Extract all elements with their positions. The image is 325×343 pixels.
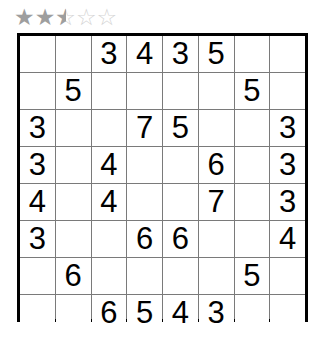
cell-r4c4[interactable] — [127, 147, 162, 183]
cell-r7c3[interactable] — [92, 258, 127, 294]
cell-r7c6[interactable] — [199, 258, 234, 294]
cell-r8c2[interactable] — [56, 295, 91, 331]
cell-r2c5[interactable] — [163, 73, 198, 109]
cell-r6c2[interactable] — [56, 221, 91, 257]
cell-r5c1-clue: 4 — [20, 184, 55, 220]
cell-r3c1-clue: 3 — [20, 110, 55, 146]
cell-r3c3[interactable] — [92, 110, 127, 146]
cell-r6c1-clue: 3 — [20, 221, 55, 257]
cell-r2c8[interactable] — [270, 73, 305, 109]
star-icon-5-empty: ☆ — [97, 5, 118, 29]
cell-r1c7[interactable] — [235, 36, 270, 72]
cell-r1c3-clue: 3 — [92, 36, 127, 72]
cell-r4c2[interactable] — [56, 147, 91, 183]
cell-r5c7[interactable] — [235, 184, 270, 220]
cell-r2c6[interactable] — [199, 73, 234, 109]
cell-r5c8-clue: 3 — [270, 184, 305, 220]
cell-r5c4[interactable] — [127, 184, 162, 220]
cell-r4c5[interactable] — [163, 147, 198, 183]
star-icon-4-empty: ☆ — [76, 5, 97, 29]
cell-r5c3-clue: 4 — [92, 184, 127, 220]
cell-r6c3[interactable] — [92, 221, 127, 257]
cell-r7c7-clue: 5 — [235, 258, 270, 294]
cell-r2c1[interactable] — [20, 73, 55, 109]
difficulty-rating: ★★☆★☆☆ — [14, 5, 117, 29]
cell-r6c8-clue: 4 — [270, 221, 305, 257]
cell-r1c4-clue: 4 — [127, 36, 162, 72]
cell-r3c2[interactable] — [56, 110, 91, 146]
cell-r8c4-clue: 5 — [127, 295, 162, 331]
cell-r7c1[interactable] — [20, 258, 55, 294]
cell-r4c7[interactable] — [235, 147, 270, 183]
cell-r8c3-clue: 6 — [92, 295, 127, 331]
cell-r7c4[interactable] — [127, 258, 162, 294]
cell-r8c7[interactable] — [235, 295, 270, 331]
cell-r2c3[interactable] — [92, 73, 127, 109]
cell-r7c8[interactable] — [270, 258, 305, 294]
star-icon-1-full: ★ — [14, 5, 35, 29]
cell-r3c4-clue: 7 — [127, 110, 162, 146]
cell-r5c2[interactable] — [56, 184, 91, 220]
cell-r1c6-clue: 5 — [199, 36, 234, 72]
cell-r1c2[interactable] — [56, 36, 91, 72]
cell-r8c5-clue: 4 — [163, 295, 198, 331]
cell-r4c1-clue: 3 — [20, 147, 55, 183]
cell-r1c1[interactable] — [20, 36, 55, 72]
cell-r8c6-clue: 3 — [199, 295, 234, 331]
puzzle-grid: 3435553753346344733664656543 — [17, 33, 308, 322]
cell-r7c5[interactable] — [163, 258, 198, 294]
cell-r3c7[interactable] — [235, 110, 270, 146]
cell-r5c5[interactable] — [163, 184, 198, 220]
cell-r4c3-clue: 4 — [92, 147, 127, 183]
cell-r6c5-clue: 6 — [163, 221, 198, 257]
cell-r6c4-clue: 6 — [127, 221, 162, 257]
cell-r3c6[interactable] — [199, 110, 234, 146]
cell-r8c1[interactable] — [20, 295, 55, 331]
cell-r4c6-clue: 6 — [199, 147, 234, 183]
cell-r8c8[interactable] — [270, 295, 305, 331]
cell-r2c4[interactable] — [127, 73, 162, 109]
cell-r3c5-clue: 5 — [163, 110, 198, 146]
cell-r4c8-clue: 3 — [270, 147, 305, 183]
cell-r3c8-clue: 3 — [270, 110, 305, 146]
star-icon-3-half: ☆★ — [55, 5, 76, 29]
star-icon-2-full: ★ — [35, 5, 56, 29]
cell-r6c7[interactable] — [235, 221, 270, 257]
cell-r2c7-clue: 5 — [235, 73, 270, 109]
puzzle-page: ★★☆★☆☆ 3435553753346344733664656543 — [0, 0, 325, 343]
cell-r7c2-clue: 6 — [56, 258, 91, 294]
cell-r1c5-clue: 3 — [163, 36, 198, 72]
cell-r2c2-clue: 5 — [56, 73, 91, 109]
cell-r6c6[interactable] — [199, 221, 234, 257]
cell-r1c8[interactable] — [270, 36, 305, 72]
cell-r5c6-clue: 7 — [199, 184, 234, 220]
